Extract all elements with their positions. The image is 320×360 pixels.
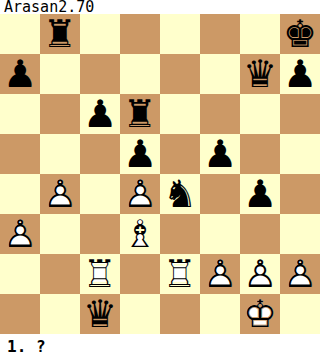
- square-e2[interactable]: ♜♖: [160, 254, 200, 294]
- square-a5[interactable]: [0, 134, 40, 174]
- square-g4[interactable]: ♟: [240, 174, 280, 214]
- move-prompt: 1. ?: [7, 337, 46, 356]
- square-g8[interactable]: [240, 14, 280, 54]
- square-g7[interactable]: ♛: [240, 54, 280, 94]
- square-b3[interactable]: [40, 214, 80, 254]
- square-e4[interactable]: ♞: [160, 174, 200, 214]
- square-f5[interactable]: ♟: [200, 134, 240, 174]
- square-b6[interactable]: [40, 94, 80, 134]
- black-pawn-c6: ♟: [80, 94, 120, 134]
- square-a2[interactable]: [0, 254, 40, 294]
- white-pawn-b4: ♟♙: [40, 174, 80, 214]
- white-pawn-h2: ♟♙: [280, 254, 320, 294]
- black-pawn-h7: ♟: [280, 54, 320, 94]
- square-g6[interactable]: [240, 94, 280, 134]
- square-e5[interactable]: [160, 134, 200, 174]
- black-king-h8: ♚: [280, 14, 320, 54]
- piece-outline: ♙: [43, 174, 77, 214]
- square-c2[interactable]: ♜♖: [80, 254, 120, 294]
- black-rook-b8: ♜: [40, 14, 80, 54]
- black-knight-e4: ♞: [160, 174, 200, 214]
- square-h8[interactable]: ♚: [280, 14, 320, 54]
- square-d8[interactable]: [120, 14, 160, 54]
- black-queen-g7: ♛: [240, 54, 280, 94]
- square-f8[interactable]: [200, 14, 240, 54]
- black-queen-c1: ♛: [80, 294, 120, 334]
- square-h6[interactable]: [280, 94, 320, 134]
- square-e3[interactable]: [160, 214, 200, 254]
- square-e7[interactable]: [160, 54, 200, 94]
- square-c3[interactable]: [80, 214, 120, 254]
- square-h3[interactable]: [280, 214, 320, 254]
- square-c6[interactable]: ♟: [80, 94, 120, 134]
- piece-outline: ♙: [203, 254, 237, 294]
- square-a6[interactable]: [0, 94, 40, 134]
- square-d3[interactable]: ♝♗: [120, 214, 160, 254]
- square-b7[interactable]: [40, 54, 80, 94]
- square-h5[interactable]: [280, 134, 320, 174]
- square-a4[interactable]: [0, 174, 40, 214]
- square-c8[interactable]: [80, 14, 120, 54]
- square-e6[interactable]: [160, 94, 200, 134]
- square-h4[interactable]: [280, 174, 320, 214]
- square-b4[interactable]: ♟♙: [40, 174, 80, 214]
- white-king-g1: ♚♔: [240, 294, 280, 334]
- piece-outline: ♔: [243, 294, 277, 334]
- square-d5[interactable]: ♟: [120, 134, 160, 174]
- square-f6[interactable]: [200, 94, 240, 134]
- square-e8[interactable]: [160, 14, 200, 54]
- piece-outline: ♗: [123, 214, 157, 254]
- piece-outline: ♙: [283, 254, 317, 294]
- square-f7[interactable]: [200, 54, 240, 94]
- square-b5[interactable]: [40, 134, 80, 174]
- black-pawn-f5: ♟: [200, 134, 240, 174]
- piece-outline: ♙: [3, 214, 37, 254]
- piece-outline: ♙: [243, 254, 277, 294]
- square-f1[interactable]: [200, 294, 240, 334]
- square-d7[interactable]: [120, 54, 160, 94]
- white-rook-c2: ♜♖: [80, 254, 120, 294]
- chess-board: ♜♚♟♛♟♟♜♟♟♟♙♟♙♞♟♟♙♝♗♜♖♜♖♟♙♟♙♟♙♛♚♔: [0, 14, 320, 334]
- square-f2[interactable]: ♟♙: [200, 254, 240, 294]
- white-pawn-g2: ♟♙: [240, 254, 280, 294]
- square-d1[interactable]: [120, 294, 160, 334]
- square-d4[interactable]: ♟♙: [120, 174, 160, 214]
- square-g2[interactable]: ♟♙: [240, 254, 280, 294]
- square-g5[interactable]: [240, 134, 280, 174]
- square-d6[interactable]: ♜: [120, 94, 160, 134]
- black-pawn-a7: ♟: [0, 54, 40, 94]
- black-pawn-d5: ♟: [120, 134, 160, 174]
- square-h1[interactable]: [280, 294, 320, 334]
- square-h2[interactable]: ♟♙: [280, 254, 320, 294]
- white-pawn-f2: ♟♙: [200, 254, 240, 294]
- white-pawn-a3: ♟♙: [0, 214, 40, 254]
- square-c1[interactable]: ♛: [80, 294, 120, 334]
- square-a3[interactable]: ♟♙: [0, 214, 40, 254]
- square-b2[interactable]: [40, 254, 80, 294]
- square-c4[interactable]: [80, 174, 120, 214]
- piece-outline: ♙: [123, 174, 157, 214]
- square-b1[interactable]: [40, 294, 80, 334]
- white-bishop-d3: ♝♗: [120, 214, 160, 254]
- square-h7[interactable]: ♟: [280, 54, 320, 94]
- white-pawn-d4: ♟♙: [120, 174, 160, 214]
- square-g3[interactable]: [240, 214, 280, 254]
- square-d2[interactable]: [120, 254, 160, 294]
- square-a1[interactable]: [0, 294, 40, 334]
- black-rook-d6: ♜: [120, 94, 160, 134]
- square-c7[interactable]: [80, 54, 120, 94]
- square-f3[interactable]: [200, 214, 240, 254]
- square-e1[interactable]: [160, 294, 200, 334]
- square-f4[interactable]: [200, 174, 240, 214]
- black-pawn-g4: ♟: [240, 174, 280, 214]
- square-b8[interactable]: ♜: [40, 14, 80, 54]
- white-rook-e2: ♜♖: [160, 254, 200, 294]
- piece-outline: ♖: [163, 254, 197, 294]
- piece-outline: ♖: [83, 254, 117, 294]
- square-a8[interactable]: [0, 14, 40, 54]
- square-c5[interactable]: [80, 134, 120, 174]
- square-a7[interactable]: ♟: [0, 54, 40, 94]
- square-g1[interactable]: ♚♔: [240, 294, 280, 334]
